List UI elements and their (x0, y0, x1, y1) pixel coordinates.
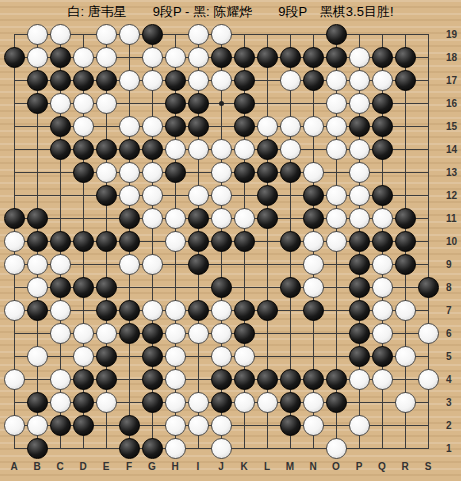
white-stone-F15[interactable] (119, 116, 140, 137)
black-stone-R9[interactable] (395, 254, 416, 275)
white-stone-G13[interactable] (142, 162, 163, 183)
black-stone-O18[interactable] (326, 47, 347, 68)
go-app-window: 白: 唐韦星 9段P - 黑: 陈耀烨 9段P 黑棋3.5目胜! ABCDEFG… (0, 0, 461, 481)
black-stone-I10[interactable] (188, 231, 209, 252)
white-stone-E6[interactable] (96, 323, 117, 344)
row-label-7: 7 (446, 305, 452, 316)
white-stone-C19[interactable] (50, 24, 71, 45)
black-stone-R17[interactable] (395, 70, 416, 91)
column-label-P: P (356, 461, 363, 472)
white-stone-A7[interactable] (4, 300, 25, 321)
black-stone-H13[interactable] (165, 162, 186, 183)
white-stone-K5[interactable] (234, 346, 255, 367)
black-stone-G3[interactable] (142, 392, 163, 413)
white-stone-Q6[interactable] (372, 323, 393, 344)
white-stone-J11[interactable] (211, 208, 232, 229)
column-label-I: I (197, 461, 200, 472)
black-stone-M18[interactable] (280, 47, 301, 68)
column-label-K: K (240, 461, 247, 472)
white-stone-N8[interactable] (303, 277, 324, 298)
white-stone-S4[interactable] (418, 369, 439, 390)
black-stone-E10[interactable] (96, 231, 117, 252)
black-stone-Q15[interactable] (372, 116, 393, 137)
black-stone-M4[interactable] (280, 369, 301, 390)
black-stone-L12[interactable] (257, 185, 278, 206)
black-stone-D14[interactable] (73, 139, 94, 160)
white-stone-R7[interactable] (395, 300, 416, 321)
white-stone-L3[interactable] (257, 392, 278, 413)
black-stone-P10[interactable] (349, 231, 370, 252)
white-stone-O17[interactable] (326, 70, 347, 91)
white-stone-N15[interactable] (303, 116, 324, 137)
black-stone-H16[interactable] (165, 93, 186, 114)
white-stone-Q8[interactable] (372, 277, 393, 298)
row-label-9: 9 (446, 259, 452, 270)
white-stone-E16[interactable] (96, 93, 117, 114)
column-label-B: B (33, 461, 40, 472)
white-stone-G15[interactable] (142, 116, 163, 137)
column-label-L: L (264, 461, 270, 472)
white-stone-I3[interactable] (188, 392, 209, 413)
black-stone-R10[interactable] (395, 231, 416, 252)
white-stone-B2[interactable] (27, 415, 48, 436)
black-stone-F11[interactable] (119, 208, 140, 229)
column-label-E: E (103, 461, 110, 472)
black-stone-K7[interactable] (234, 300, 255, 321)
black-stone-C14[interactable] (50, 139, 71, 160)
black-stone-D3[interactable] (73, 392, 94, 413)
white-stone-P16[interactable] (349, 93, 370, 114)
white-stone-C4[interactable] (50, 369, 71, 390)
white-stone-F9[interactable] (119, 254, 140, 275)
black-stone-I9[interactable] (188, 254, 209, 275)
white-stone-D5[interactable] (73, 346, 94, 367)
white-stone-I19[interactable] (188, 24, 209, 45)
white-stone-A10[interactable] (4, 231, 25, 252)
column-label-O: O (332, 461, 340, 472)
white-stone-R3[interactable] (395, 392, 416, 413)
black-stone-L11[interactable] (257, 208, 278, 229)
black-stone-L4[interactable] (257, 369, 278, 390)
white-stone-H11[interactable] (165, 208, 186, 229)
white-stone-H3[interactable] (165, 392, 186, 413)
row-label-8: 8 (446, 282, 452, 293)
white-stone-F12[interactable] (119, 185, 140, 206)
white-stone-B8[interactable] (27, 277, 48, 298)
white-stone-N10[interactable] (303, 231, 324, 252)
black-stone-M3[interactable] (280, 392, 301, 413)
row-label-19: 19 (446, 29, 457, 40)
black-stone-C17[interactable] (50, 70, 71, 91)
white-stone-M14[interactable] (280, 139, 301, 160)
row-label-4: 4 (446, 374, 452, 385)
black-stone-K13[interactable] (234, 162, 255, 183)
white-stone-E19[interactable] (96, 24, 117, 45)
white-stone-E18[interactable] (96, 47, 117, 68)
black-stone-L14[interactable] (257, 139, 278, 160)
white-stone-I14[interactable] (188, 139, 209, 160)
black-stone-K6[interactable] (234, 323, 255, 344)
black-stone-C8[interactable] (50, 277, 71, 298)
white-stone-O14[interactable] (326, 139, 347, 160)
white-stone-Q11[interactable] (372, 208, 393, 229)
black-stone-E14[interactable] (96, 139, 117, 160)
white-stone-Q9[interactable] (372, 254, 393, 275)
row-label-12: 12 (446, 190, 457, 201)
white-stone-A2[interactable] (4, 415, 25, 436)
black-stone-I15[interactable] (188, 116, 209, 137)
column-label-J: J (218, 461, 224, 472)
row-label-18: 18 (446, 52, 457, 63)
black-stone-F10[interactable] (119, 231, 140, 252)
black-stone-N4[interactable] (303, 369, 324, 390)
white-stone-C16[interactable] (50, 93, 71, 114)
black-stone-P8[interactable] (349, 277, 370, 298)
black-stone-A18[interactable] (4, 47, 25, 68)
black-stone-H15[interactable] (165, 116, 186, 137)
black-stone-G6[interactable] (142, 323, 163, 344)
black-stone-B17[interactable] (27, 70, 48, 91)
black-stone-P9[interactable] (349, 254, 370, 275)
black-stone-G1[interactable] (142, 438, 163, 459)
black-stone-Q16[interactable] (372, 93, 393, 114)
white-stone-Q4[interactable] (372, 369, 393, 390)
black-stone-D13[interactable] (73, 162, 94, 183)
white-stone-J19[interactable] (211, 24, 232, 45)
white-stone-I17[interactable] (188, 70, 209, 91)
white-stone-J14[interactable] (211, 139, 232, 160)
row-label-5: 5 (446, 351, 452, 362)
column-label-D: D (79, 461, 86, 472)
black-stone-A11[interactable] (4, 208, 25, 229)
white-stone-D18[interactable] (73, 47, 94, 68)
white-stone-I6[interactable] (188, 323, 209, 344)
black-stone-J18[interactable] (211, 47, 232, 68)
white-stone-E3[interactable] (96, 392, 117, 413)
white-stone-G17[interactable] (142, 70, 163, 91)
black-stone-I11[interactable] (188, 208, 209, 229)
black-stone-B10[interactable] (27, 231, 48, 252)
black-stone-D8[interactable] (73, 277, 94, 298)
row-label-17: 17 (446, 75, 457, 86)
white-stone-B18[interactable] (27, 47, 48, 68)
column-label-A: A (10, 461, 17, 472)
white-stone-H10[interactable] (165, 231, 186, 252)
white-stone-I18[interactable] (188, 47, 209, 68)
white-stone-O11[interactable] (326, 208, 347, 229)
black-stone-D10[interactable] (73, 231, 94, 252)
black-stone-M8[interactable] (280, 277, 301, 298)
black-stone-D2[interactable] (73, 415, 94, 436)
column-label-H: H (171, 461, 178, 472)
column-label-M: M (286, 461, 294, 472)
white-stone-A9[interactable] (4, 254, 25, 275)
black-stone-M13[interactable] (280, 162, 301, 183)
column-label-R: R (401, 461, 408, 472)
black-stone-R11[interactable] (395, 208, 416, 229)
row-label-10: 10 (446, 236, 457, 247)
white-stone-G11[interactable] (142, 208, 163, 229)
black-stone-Q10[interactable] (372, 231, 393, 252)
white-stone-B19[interactable] (27, 24, 48, 45)
black-stone-J4[interactable] (211, 369, 232, 390)
white-stone-O15[interactable] (326, 116, 347, 137)
row-label-13: 13 (446, 167, 457, 178)
white-stone-F17[interactable] (119, 70, 140, 91)
black-stone-B16[interactable] (27, 93, 48, 114)
white-stone-N3[interactable] (303, 392, 324, 413)
black-stone-B1[interactable] (27, 438, 48, 459)
column-label-G: G (148, 461, 156, 472)
row-label-11: 11 (446, 213, 457, 224)
black-stone-E5[interactable] (96, 346, 117, 367)
black-stone-K17[interactable] (234, 70, 255, 91)
white-stone-M15[interactable] (280, 116, 301, 137)
white-stone-O12[interactable] (326, 185, 347, 206)
black-stone-N7[interactable] (303, 300, 324, 321)
black-stone-E4[interactable] (96, 369, 117, 390)
white-stone-H6[interactable] (165, 323, 186, 344)
white-stone-C6[interactable] (50, 323, 71, 344)
white-stone-O16[interactable] (326, 93, 347, 114)
black-stone-E8[interactable] (96, 277, 117, 298)
white-stone-Q17[interactable] (372, 70, 393, 91)
black-stone-F1[interactable] (119, 438, 140, 459)
white-stone-P14[interactable] (349, 139, 370, 160)
white-stone-G12[interactable] (142, 185, 163, 206)
black-stone-B3[interactable] (27, 392, 48, 413)
column-label-S: S (425, 461, 432, 472)
white-stone-K11[interactable] (234, 208, 255, 229)
white-stone-S6[interactable] (418, 323, 439, 344)
white-stone-O1[interactable] (326, 438, 347, 459)
white-stone-P11[interactable] (349, 208, 370, 229)
black-stone-R18[interactable] (395, 47, 416, 68)
black-stone-O4[interactable] (326, 369, 347, 390)
white-stone-G18[interactable] (142, 47, 163, 68)
hoshi-dot (219, 101, 224, 106)
black-stone-P6[interactable] (349, 323, 370, 344)
black-stone-Q14[interactable] (372, 139, 393, 160)
white-stone-P4[interactable] (349, 369, 370, 390)
white-stone-H1[interactable] (165, 438, 186, 459)
black-stone-J10[interactable] (211, 231, 232, 252)
row-label-1: 1 (446, 443, 452, 454)
black-stone-N11[interactable] (303, 208, 324, 229)
black-stone-L18[interactable] (257, 47, 278, 68)
black-stone-C2[interactable] (50, 415, 71, 436)
white-stone-B9[interactable] (27, 254, 48, 275)
black-stone-C10[interactable] (50, 231, 71, 252)
white-stone-L15[interactable] (257, 116, 278, 137)
black-stone-S8[interactable] (418, 277, 439, 298)
white-stone-G7[interactable] (142, 300, 163, 321)
black-stone-F14[interactable] (119, 139, 140, 160)
white-stone-Q7[interactable] (372, 300, 393, 321)
black-stone-O3[interactable] (326, 392, 347, 413)
black-stone-N18[interactable] (303, 47, 324, 68)
black-stone-P15[interactable] (349, 116, 370, 137)
white-stone-F19[interactable] (119, 24, 140, 45)
black-stone-K4[interactable] (234, 369, 255, 390)
white-stone-F13[interactable] (119, 162, 140, 183)
black-stone-E7[interactable] (96, 300, 117, 321)
black-stone-Q12[interactable] (372, 185, 393, 206)
white-stone-J1[interactable] (211, 438, 232, 459)
white-stone-C7[interactable] (50, 300, 71, 321)
black-stone-N12[interactable] (303, 185, 324, 206)
black-stone-D17[interactable] (73, 70, 94, 91)
white-stone-D6[interactable] (73, 323, 94, 344)
black-stone-F2[interactable] (119, 415, 140, 436)
row-label-16: 16 (446, 98, 457, 109)
black-stone-G19[interactable] (142, 24, 163, 45)
column-label-N: N (309, 461, 316, 472)
black-stone-N17[interactable] (303, 70, 324, 91)
white-stone-N2[interactable] (303, 415, 324, 436)
white-stone-M17[interactable] (280, 70, 301, 91)
black-stone-Q5[interactable] (372, 346, 393, 367)
white-stone-P2[interactable] (349, 415, 370, 436)
white-stone-H7[interactable] (165, 300, 186, 321)
black-stone-J8[interactable] (211, 277, 232, 298)
row-label-6: 6 (446, 328, 452, 339)
black-stone-G14[interactable] (142, 139, 163, 160)
white-stone-G9[interactable] (142, 254, 163, 275)
white-stone-J12[interactable] (211, 185, 232, 206)
row-label-14: 14 (446, 144, 457, 155)
white-stone-P12[interactable] (349, 185, 370, 206)
black-stone-O19[interactable] (326, 24, 347, 45)
white-stone-R5[interactable] (395, 346, 416, 367)
column-label-Q: Q (378, 461, 386, 472)
white-stone-A4[interactable] (4, 369, 25, 390)
black-stone-I7[interactable] (188, 300, 209, 321)
black-stone-I16[interactable] (188, 93, 209, 114)
black-stone-E17[interactable] (96, 70, 117, 91)
white-stone-O10[interactable] (326, 231, 347, 252)
black-stone-K15[interactable] (234, 116, 255, 137)
white-stone-N9[interactable] (303, 254, 324, 275)
white-stone-P18[interactable] (349, 47, 370, 68)
black-stone-B11[interactable] (27, 208, 48, 229)
white-stone-H2[interactable] (165, 415, 186, 436)
white-stone-H4[interactable] (165, 369, 186, 390)
white-stone-J5[interactable] (211, 346, 232, 367)
white-stone-C9[interactable] (50, 254, 71, 275)
black-stone-C15[interactable] (50, 116, 71, 137)
black-stone-M10[interactable] (280, 231, 301, 252)
black-stone-P7[interactable] (349, 300, 370, 321)
white-stone-J2[interactable] (211, 415, 232, 436)
column-label-C: C (56, 461, 63, 472)
black-stone-K10[interactable] (234, 231, 255, 252)
black-stone-L7[interactable] (257, 300, 278, 321)
row-label-3: 3 (446, 397, 452, 408)
black-stone-L13[interactable] (257, 162, 278, 183)
white-stone-J7[interactable] (211, 300, 232, 321)
black-stone-K16[interactable] (234, 93, 255, 114)
white-stone-J17[interactable] (211, 70, 232, 91)
black-stone-B7[interactable] (27, 300, 48, 321)
black-stone-F7[interactable] (119, 300, 140, 321)
white-stone-N13[interactable] (303, 162, 324, 183)
black-stone-J3[interactable] (211, 392, 232, 413)
column-label-F: F (126, 461, 132, 472)
row-label-2: 2 (446, 420, 452, 431)
black-stone-E12[interactable] (96, 185, 117, 206)
go-board[interactable]: ABCDEFGHIJKLMNOPQRS191817161514131211109… (0, 0, 461, 461)
row-label-15: 15 (446, 121, 457, 132)
white-stone-B5[interactable] (27, 346, 48, 367)
black-stone-M2[interactable] (280, 415, 301, 436)
white-stone-D16[interactable] (73, 93, 94, 114)
white-stone-E13[interactable] (96, 162, 117, 183)
black-stone-K18[interactable] (234, 47, 255, 68)
white-stone-J13[interactable] (211, 162, 232, 183)
white-stone-I12[interactable] (188, 185, 209, 206)
white-stone-J6[interactable] (211, 323, 232, 344)
black-stone-F6[interactable] (119, 323, 140, 344)
white-stone-D15[interactable] (73, 116, 94, 137)
white-stone-H18[interactable] (165, 47, 186, 68)
black-stone-H17[interactable] (165, 70, 186, 91)
white-stone-K14[interactable] (234, 139, 255, 160)
white-stone-K3[interactable] (234, 392, 255, 413)
black-stone-D4[interactable] (73, 369, 94, 390)
black-stone-Q18[interactable] (372, 47, 393, 68)
white-stone-I2[interactable] (188, 415, 209, 436)
white-stone-H14[interactable] (165, 139, 186, 160)
black-stone-G5[interactable] (142, 346, 163, 367)
white-stone-P13[interactable] (349, 162, 370, 183)
black-stone-P5[interactable] (349, 346, 370, 367)
white-stone-H5[interactable] (165, 346, 186, 367)
black-stone-G4[interactable] (142, 369, 163, 390)
white-stone-P17[interactable] (349, 70, 370, 91)
black-stone-C18[interactable] (50, 47, 71, 68)
white-stone-C3[interactable] (50, 392, 71, 413)
